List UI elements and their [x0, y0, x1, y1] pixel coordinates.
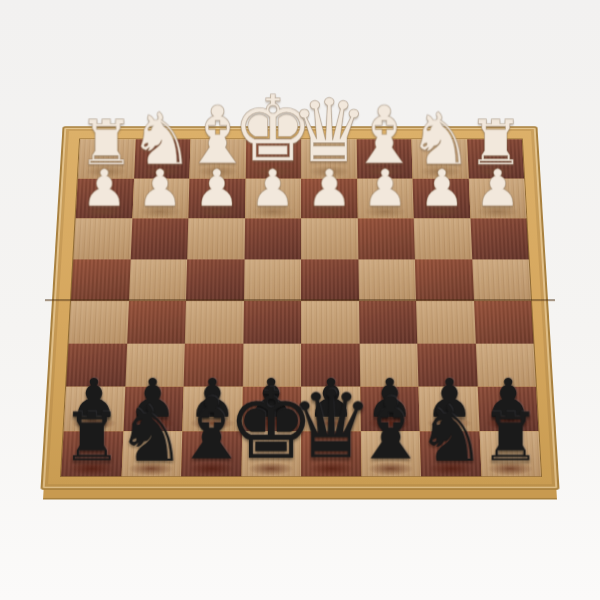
square-g2[interactable]: ♟ [132, 178, 189, 218]
square-c8[interactable]: ♝ [360, 431, 421, 476]
square-e4[interactable] [243, 259, 301, 301]
piece-white-pawn[interactable]: ♟ [419, 164, 465, 212]
square-c2[interactable]: ♟ [357, 178, 414, 218]
square-d3[interactable] [301, 218, 358, 259]
square-a4[interactable] [472, 259, 531, 301]
square-b8[interactable]: ♞ [420, 431, 481, 476]
board-frame: ♜♞♝♚♛♝♞♜♟♟♟♟♟♟♟♟♟♟♟♟♟♟♟♟♜♞♝♚♛♝♞♜ [40, 126, 559, 489]
square-e2[interactable]: ♟ [245, 178, 301, 218]
square-a5[interactable] [474, 301, 534, 344]
piece-black-knight[interactable]: ♞ [117, 397, 186, 470]
square-h4[interactable] [71, 259, 130, 301]
square-e5[interactable] [243, 301, 301, 344]
square-d4[interactable] [301, 259, 359, 301]
chess-board: ♜♞♝♚♛♝♞♜♟♟♟♟♟♟♟♟♟♟♟♟♟♟♟♟♜♞♝♚♛♝♞♜ [40, 126, 559, 489]
square-f3[interactable] [187, 218, 244, 259]
square-h2[interactable]: ♟ [76, 178, 134, 218]
piece-white-pawn[interactable]: ♟ [194, 164, 240, 212]
square-c3[interactable] [357, 218, 415, 259]
square-b5[interactable] [416, 301, 475, 344]
square-a2[interactable]: ♟ [468, 178, 526, 218]
square-f5[interactable] [185, 301, 244, 344]
piece-black-rook[interactable]: ♜ [62, 407, 122, 470]
square-e8[interactable]: ♚ [241, 431, 301, 476]
piece-white-pawn[interactable]: ♟ [306, 164, 352, 212]
square-c5[interactable] [359, 301, 418, 344]
square-h3[interactable] [73, 218, 132, 259]
square-g4[interactable] [128, 259, 187, 301]
piece-white-pawn[interactable]: ♟ [475, 164, 521, 212]
piece-black-knight[interactable]: ♞ [416, 397, 485, 470]
piece-white-pawn[interactable]: ♟ [250, 164, 296, 212]
square-h5[interactable] [69, 301, 129, 344]
square-h8[interactable]: ♜ [61, 431, 123, 476]
square-e3[interactable] [244, 218, 301, 259]
square-d2[interactable]: ♟ [301, 178, 357, 218]
scene: ♜♞♝♚♛♝♞♜♟♟♟♟♟♟♟♟♟♟♟♟♟♟♟♟♜♞♝♚♛♝♞♜ [0, 0, 600, 600]
chess-board-grid: ♜♞♝♚♛♝♞♜♟♟♟♟♟♟♟♟♟♟♟♟♟♟♟♟♜♞♝♚♛♝♞♜ [60, 138, 542, 477]
piece-white-pawn[interactable]: ♟ [137, 164, 183, 212]
square-f4[interactable] [186, 259, 244, 301]
square-a3[interactable] [470, 218, 529, 259]
piece-black-rook[interactable]: ♜ [481, 407, 541, 470]
square-b2[interactable]: ♟ [413, 178, 470, 218]
square-a8[interactable]: ♜ [479, 431, 541, 476]
piece-black-king[interactable]: ♚ [227, 377, 315, 470]
square-f2[interactable]: ♟ [188, 178, 245, 218]
square-b4[interactable] [415, 259, 474, 301]
square-c4[interactable] [358, 259, 416, 301]
square-d5[interactable] [301, 301, 359, 344]
square-g3[interactable] [130, 218, 188, 259]
piece-white-pawn[interactable]: ♟ [363, 164, 409, 212]
piece-white-pawn[interactable]: ♟ [81, 164, 127, 212]
square-g8[interactable]: ♞ [121, 431, 182, 476]
square-b3[interactable] [414, 218, 472, 259]
square-g5[interactable] [127, 301, 186, 344]
